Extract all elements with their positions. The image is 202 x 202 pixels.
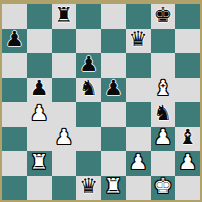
square-d2[interactable] [76, 151, 101, 176]
square-c5[interactable] [52, 78, 77, 103]
square-a2[interactable] [2, 151, 27, 176]
square-e1[interactable]: ♜ [101, 176, 126, 201]
white-pawn-h2: ♟ [178, 152, 197, 173]
square-f3[interactable] [126, 127, 151, 152]
square-h2[interactable]: ♟ [175, 151, 200, 176]
square-a3[interactable] [2, 127, 27, 152]
square-c4[interactable] [52, 102, 77, 127]
square-b1[interactable] [27, 176, 52, 201]
square-b2[interactable]: ♜ [27, 151, 52, 176]
square-g1[interactable]: ♚ [151, 176, 176, 201]
black-rook-c8: ♜ [54, 5, 73, 26]
square-f2[interactable]: ♟ [126, 151, 151, 176]
black-knight-d5: ♞ [79, 78, 98, 99]
square-h6[interactable] [175, 53, 200, 78]
white-rook-e1: ♜ [104, 176, 123, 197]
square-e8[interactable] [101, 4, 126, 29]
black-bishop-h3: ♝ [178, 127, 197, 148]
black-pawn-a7: ♟ [5, 29, 24, 50]
square-f8[interactable] [126, 4, 151, 29]
square-g2[interactable] [151, 151, 176, 176]
white-bishop-g5: ♝ [153, 78, 172, 99]
square-g5[interactable]: ♝ [151, 78, 176, 103]
square-b5[interactable]: ♟ [27, 78, 52, 103]
white-pawn-g3: ♟ [153, 127, 172, 148]
square-g6[interactable] [151, 53, 176, 78]
square-g3[interactable]: ♟ [151, 127, 176, 152]
square-e2[interactable] [101, 151, 126, 176]
square-b8[interactable] [27, 4, 52, 29]
square-h3[interactable]: ♝ [175, 127, 200, 152]
square-h1[interactable] [175, 176, 200, 201]
square-e5[interactable]: ♟ [101, 78, 126, 103]
square-a4[interactable] [2, 102, 27, 127]
black-pawn-b5: ♟ [30, 78, 49, 99]
square-c6[interactable] [52, 53, 77, 78]
square-c3[interactable]: ♟ [52, 127, 77, 152]
square-g4[interactable]: ♞ [151, 102, 176, 127]
square-e6[interactable] [101, 53, 126, 78]
square-a6[interactable] [2, 53, 27, 78]
square-f1[interactable] [126, 176, 151, 201]
square-a1[interactable] [2, 176, 27, 201]
white-pawn-c3: ♟ [54, 127, 73, 148]
white-pawn-f2: ♟ [129, 152, 148, 173]
square-a5[interactable] [2, 78, 27, 103]
black-queen-d1: ♛ [79, 176, 98, 197]
square-d4[interactable] [76, 102, 101, 127]
square-f7[interactable]: ♛ [126, 29, 151, 54]
square-c7[interactable] [52, 29, 77, 54]
square-h7[interactable] [175, 29, 200, 54]
square-b6[interactable] [27, 53, 52, 78]
square-c2[interactable] [52, 151, 77, 176]
square-e4[interactable] [101, 102, 126, 127]
square-b3[interactable] [27, 127, 52, 152]
square-d5[interactable]: ♞ [76, 78, 101, 103]
board-border: ♜♚♟♛♟♟♞♟♝♟♞♟♟♝♜♟♟♛♜♚ [0, 0, 202, 202]
square-d8[interactable] [76, 4, 101, 29]
black-pawn-e5: ♟ [104, 78, 123, 99]
white-pawn-b4: ♟ [30, 103, 49, 124]
black-king-g8: ♚ [153, 5, 172, 26]
square-f4[interactable] [126, 102, 151, 127]
square-f6[interactable] [126, 53, 151, 78]
square-b7[interactable] [27, 29, 52, 54]
square-e7[interactable] [101, 29, 126, 54]
square-h4[interactable] [175, 102, 200, 127]
square-f5[interactable] [126, 78, 151, 103]
square-a7[interactable]: ♟ [2, 29, 27, 54]
white-king-g1: ♚ [153, 176, 172, 197]
square-h8[interactable] [175, 4, 200, 29]
square-d6[interactable]: ♟ [76, 53, 101, 78]
square-c1[interactable] [52, 176, 77, 201]
square-d3[interactable] [76, 127, 101, 152]
square-b4[interactable]: ♟ [27, 102, 52, 127]
black-pawn-d6: ♟ [79, 54, 98, 75]
square-d7[interactable] [76, 29, 101, 54]
square-g8[interactable]: ♚ [151, 4, 176, 29]
square-a8[interactable] [2, 4, 27, 29]
chess-diagram: ♜♚♟♛♟♟♞♟♝♟♞♟♟♝♜♟♟♛♜♚ [0, 0, 202, 202]
square-c8[interactable]: ♜ [52, 4, 77, 29]
square-h5[interactable] [175, 78, 200, 103]
square-e3[interactable] [101, 127, 126, 152]
square-g7[interactable] [151, 29, 176, 54]
square-d1[interactable]: ♛ [76, 176, 101, 201]
black-queen-f7: ♛ [129, 29, 148, 50]
white-rook-b2: ♜ [30, 152, 49, 173]
chess-board: ♜♚♟♛♟♟♞♟♝♟♞♟♟♝♜♟♟♛♜♚ [2, 4, 200, 200]
black-knight-g4: ♞ [153, 103, 172, 124]
